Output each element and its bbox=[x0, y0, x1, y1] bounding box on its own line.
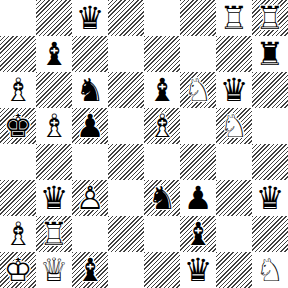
piece-fill-layer: ♛ bbox=[216, 72, 252, 108]
piece-glyph-layer: ♝ bbox=[36, 36, 72, 72]
square-g3[interactable] bbox=[216, 180, 252, 216]
square-a2[interactable]: ♝♗ bbox=[0, 216, 36, 252]
piece-glyph-layer: ♝ bbox=[180, 216, 216, 252]
piece-fill-layer: ♟ bbox=[180, 180, 216, 216]
square-e8[interactable] bbox=[144, 0, 180, 36]
piece-fill-layer: ♚ bbox=[0, 252, 36, 288]
piece-fill-layer: ♜ bbox=[252, 36, 288, 72]
square-a6[interactable]: ♝♗ bbox=[0, 72, 36, 108]
piece-glyph-layer: ♗ bbox=[0, 72, 36, 108]
square-f5[interactable] bbox=[180, 108, 216, 144]
square-c7[interactable] bbox=[72, 36, 108, 72]
piece-white-rook-g8: ♜♖ bbox=[216, 0, 252, 36]
square-a8[interactable] bbox=[0, 0, 36, 36]
square-a4[interactable] bbox=[0, 144, 36, 180]
piece-black-queen-c8: ♛♛ bbox=[72, 0, 108, 36]
square-c4[interactable] bbox=[72, 144, 108, 180]
square-h5[interactable] bbox=[252, 108, 288, 144]
piece-fill-layer: ♛ bbox=[36, 180, 72, 216]
piece-glyph-layer: ♚ bbox=[0, 108, 36, 144]
piece-fill-layer: ♝ bbox=[72, 252, 108, 288]
square-h2[interactable] bbox=[252, 216, 288, 252]
piece-fill-layer: ♜ bbox=[36, 216, 72, 252]
piece-fill-layer: ♜ bbox=[216, 0, 252, 36]
piece-fill-layer: ♝ bbox=[0, 216, 36, 252]
piece-glyph-layer: ♟ bbox=[180, 180, 216, 216]
piece-glyph-layer: ♔ bbox=[0, 252, 36, 288]
square-e2[interactable] bbox=[144, 216, 180, 252]
piece-white-bishop-a2: ♝♗ bbox=[0, 216, 36, 252]
piece-black-queen-h3: ♛♛ bbox=[252, 180, 288, 216]
piece-white-knight-h1: ♞♘ bbox=[252, 252, 288, 288]
square-g2[interactable] bbox=[216, 216, 252, 252]
square-f7[interactable] bbox=[180, 36, 216, 72]
square-d4[interactable] bbox=[108, 144, 144, 180]
square-a3[interactable] bbox=[0, 180, 36, 216]
piece-black-queen-b3: ♛♛ bbox=[36, 180, 72, 216]
square-d8[interactable] bbox=[108, 0, 144, 36]
piece-fill-layer: ♝ bbox=[0, 72, 36, 108]
square-h7[interactable]: ♜♜ bbox=[252, 36, 288, 72]
square-f2[interactable]: ♝♝ bbox=[180, 216, 216, 252]
piece-glyph-layer: ♛ bbox=[180, 252, 216, 288]
square-g7[interactable] bbox=[216, 36, 252, 72]
piece-fill-layer: ♚ bbox=[0, 108, 36, 144]
square-a1[interactable]: ♚♔ bbox=[0, 252, 36, 288]
piece-white-king-a1: ♚♔ bbox=[0, 252, 36, 288]
piece-glyph-layer: ♖ bbox=[36, 216, 72, 252]
square-g6[interactable]: ♛♛ bbox=[216, 72, 252, 108]
square-g4[interactable] bbox=[216, 144, 252, 180]
square-h8[interactable]: ♜♖ bbox=[252, 0, 288, 36]
piece-fill-layer: ♝ bbox=[36, 108, 72, 144]
piece-fill-layer: ♝ bbox=[180, 216, 216, 252]
square-h3[interactable]: ♛♛ bbox=[252, 180, 288, 216]
piece-fill-layer: ♛ bbox=[180, 252, 216, 288]
square-c3[interactable]: ♟♙ bbox=[72, 180, 108, 216]
square-d1[interactable] bbox=[108, 252, 144, 288]
square-a5[interactable]: ♚♚ bbox=[0, 108, 36, 144]
piece-glyph-layer: ♛ bbox=[72, 0, 108, 36]
piece-white-bishop-a6: ♝♗ bbox=[0, 72, 36, 108]
square-d2[interactable] bbox=[108, 216, 144, 252]
square-b8[interactable] bbox=[36, 0, 72, 36]
piece-fill-layer: ♞ bbox=[144, 180, 180, 216]
square-e6[interactable]: ♝♝ bbox=[144, 72, 180, 108]
piece-fill-layer: ♛ bbox=[72, 0, 108, 36]
piece-fill-layer: ♞ bbox=[252, 252, 288, 288]
piece-black-pawn-f3: ♟♟ bbox=[180, 180, 216, 216]
square-b2[interactable]: ♜♖ bbox=[36, 216, 72, 252]
piece-glyph-layer: ♝ bbox=[144, 72, 180, 108]
square-d3[interactable] bbox=[108, 180, 144, 216]
square-f8[interactable] bbox=[180, 0, 216, 36]
piece-black-pawn-c5: ♟♟ bbox=[72, 108, 108, 144]
piece-glyph-layer: ♖ bbox=[216, 0, 252, 36]
piece-fill-layer: ♟ bbox=[72, 108, 108, 144]
piece-black-bishop-b7: ♝♝ bbox=[36, 36, 72, 72]
piece-fill-layer: ♞ bbox=[216, 108, 252, 144]
square-c6[interactable]: ♞♞ bbox=[72, 72, 108, 108]
piece-fill-layer: ♛ bbox=[36, 252, 72, 288]
square-c8[interactable]: ♛♛ bbox=[72, 0, 108, 36]
piece-white-bishop-e5: ♝♗ bbox=[144, 108, 180, 144]
square-c5[interactable]: ♟♟ bbox=[72, 108, 108, 144]
piece-white-bishop-b5: ♝♗ bbox=[36, 108, 72, 144]
piece-glyph-layer: ♘ bbox=[180, 72, 216, 108]
piece-white-rook-b2: ♜♖ bbox=[36, 216, 72, 252]
square-b1[interactable]: ♛♕ bbox=[36, 252, 72, 288]
piece-white-knight-f6: ♞♘ bbox=[180, 72, 216, 108]
square-h4[interactable] bbox=[252, 144, 288, 180]
square-e3[interactable]: ♞♞ bbox=[144, 180, 180, 216]
piece-fill-layer: ♝ bbox=[36, 36, 72, 72]
square-e4[interactable] bbox=[144, 144, 180, 180]
square-h1[interactable]: ♞♘ bbox=[252, 252, 288, 288]
piece-glyph-layer: ♙ bbox=[72, 180, 108, 216]
piece-fill-layer: ♟ bbox=[72, 180, 108, 216]
piece-fill-layer: ♝ bbox=[144, 72, 180, 108]
piece-white-pawn-c3: ♟♙ bbox=[72, 180, 108, 216]
square-f6[interactable]: ♞♘ bbox=[180, 72, 216, 108]
square-f4[interactable] bbox=[180, 144, 216, 180]
piece-glyph-layer: ♝ bbox=[72, 252, 108, 288]
square-b5[interactable]: ♝♗ bbox=[36, 108, 72, 144]
piece-black-king-a5: ♚♚ bbox=[0, 108, 36, 144]
piece-fill-layer: ♞ bbox=[180, 72, 216, 108]
square-g1[interactable] bbox=[216, 252, 252, 288]
piece-glyph-layer: ♞ bbox=[72, 72, 108, 108]
piece-glyph-layer: ♘ bbox=[252, 252, 288, 288]
piece-white-knight-g5: ♞♘ bbox=[216, 108, 252, 144]
square-f3[interactable]: ♟♟ bbox=[180, 180, 216, 216]
piece-black-queen-g6: ♛♛ bbox=[216, 72, 252, 108]
piece-fill-layer: ♝ bbox=[144, 108, 180, 144]
piece-glyph-layer: ♛ bbox=[216, 72, 252, 108]
square-d7[interactable] bbox=[108, 36, 144, 72]
piece-black-bishop-c1: ♝♝ bbox=[72, 252, 108, 288]
square-b7[interactable]: ♝♝ bbox=[36, 36, 72, 72]
piece-black-queen-f1: ♛♛ bbox=[180, 252, 216, 288]
piece-glyph-layer: ♟ bbox=[72, 108, 108, 144]
square-b6[interactable] bbox=[36, 72, 72, 108]
piece-white-rook-h8: ♜♖ bbox=[252, 0, 288, 36]
piece-black-rook-h7: ♜♜ bbox=[252, 36, 288, 72]
chess-board: ♛♛♜♖♜♖♝♝♜♜♝♗♞♞♝♝♞♘♛♛♚♚♝♗♟♟♝♗♞♘♛♛♟♙♞♞♟♟♛♛… bbox=[0, 0, 288, 288]
piece-black-bishop-e6: ♝♝ bbox=[144, 72, 180, 108]
piece-fill-layer: ♛ bbox=[252, 180, 288, 216]
piece-glyph-layer: ♖ bbox=[252, 0, 288, 36]
square-d5[interactable] bbox=[108, 108, 144, 144]
piece-glyph-layer: ♛ bbox=[36, 180, 72, 216]
square-c2[interactable] bbox=[72, 216, 108, 252]
square-g5[interactable]: ♞♘ bbox=[216, 108, 252, 144]
square-b4[interactable] bbox=[36, 144, 72, 180]
piece-black-bishop-f2: ♝♝ bbox=[180, 216, 216, 252]
square-e5[interactable]: ♝♗ bbox=[144, 108, 180, 144]
piece-white-queen-b1: ♛♕ bbox=[36, 252, 72, 288]
piece-glyph-layer: ♛ bbox=[252, 180, 288, 216]
piece-fill-layer: ♞ bbox=[72, 72, 108, 108]
square-e1[interactable] bbox=[144, 252, 180, 288]
piece-black-knight-c6: ♞♞ bbox=[72, 72, 108, 108]
square-h6[interactable] bbox=[252, 72, 288, 108]
piece-fill-layer: ♜ bbox=[252, 0, 288, 36]
piece-glyph-layer: ♜ bbox=[252, 36, 288, 72]
square-a7[interactable] bbox=[0, 36, 36, 72]
piece-glyph-layer: ♗ bbox=[144, 108, 180, 144]
square-g8[interactable]: ♜♖ bbox=[216, 0, 252, 36]
piece-glyph-layer: ♗ bbox=[36, 108, 72, 144]
piece-glyph-layer: ♘ bbox=[216, 108, 252, 144]
piece-glyph-layer: ♞ bbox=[144, 180, 180, 216]
piece-glyph-layer: ♕ bbox=[36, 252, 72, 288]
square-b3[interactable]: ♛♛ bbox=[36, 180, 72, 216]
square-f1[interactable]: ♛♛ bbox=[180, 252, 216, 288]
square-c1[interactable]: ♝♝ bbox=[72, 252, 108, 288]
piece-glyph-layer: ♗ bbox=[0, 216, 36, 252]
piece-black-knight-e3: ♞♞ bbox=[144, 180, 180, 216]
square-d6[interactable] bbox=[108, 72, 144, 108]
square-e7[interactable] bbox=[144, 36, 180, 72]
